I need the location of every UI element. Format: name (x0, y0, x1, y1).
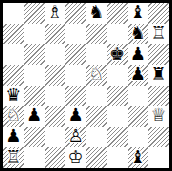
black-bishop: ♝ (130, 148, 146, 166)
square-a2[interactable]: ♟ (3, 127, 24, 148)
square-g4[interactable] (128, 86, 149, 107)
black-pawn: ♟ (26, 106, 42, 124)
white-king: ♔ (68, 148, 84, 166)
white-knight: ♘ (5, 106, 21, 124)
square-g7[interactable]: ♞ (128, 24, 149, 45)
square-d1[interactable]: ♔ (65, 147, 86, 168)
square-f5[interactable] (107, 65, 128, 86)
black-king: ♚ (109, 45, 125, 63)
white-pawn: ♙ (68, 127, 84, 145)
square-h8[interactable] (148, 3, 169, 24)
square-b1[interactable] (24, 147, 45, 168)
chess-board: ♗♞♝♞♖♚♟♘♟♜♛♘♟♟♕♟♙♖♔♝ (3, 3, 169, 168)
square-h2[interactable] (148, 127, 169, 148)
black-queen: ♛ (5, 86, 21, 104)
square-e7[interactable] (86, 24, 107, 45)
square-d5[interactable] (65, 65, 86, 86)
square-f6[interactable]: ♚ (107, 44, 128, 65)
white-rook: ♖ (151, 24, 167, 42)
black-pawn: ♟ (5, 127, 21, 145)
square-c8[interactable]: ♗ (45, 3, 66, 24)
square-c4[interactable] (45, 86, 66, 107)
white-bishop: ♗ (47, 3, 63, 21)
square-h3[interactable]: ♕ (148, 106, 169, 127)
square-h5[interactable]: ♜ (148, 65, 169, 86)
square-f1[interactable] (107, 147, 128, 168)
square-e4[interactable] (86, 86, 107, 107)
square-c3[interactable] (45, 106, 66, 127)
square-b6[interactable] (24, 44, 45, 65)
square-b4[interactable] (24, 86, 45, 107)
black-knight: ♞ (130, 24, 146, 42)
square-g8[interactable]: ♝ (128, 3, 149, 24)
square-f3[interactable] (107, 106, 128, 127)
square-e2[interactable] (86, 127, 107, 148)
square-f4[interactable] (107, 86, 128, 107)
square-g3[interactable] (128, 106, 149, 127)
square-h4[interactable] (148, 86, 169, 107)
square-g5[interactable]: ♟ (128, 65, 149, 86)
square-h1[interactable] (148, 147, 169, 168)
square-b3[interactable]: ♟ (24, 106, 45, 127)
square-a4[interactable]: ♛ (3, 86, 24, 107)
square-f8[interactable] (107, 3, 128, 24)
square-c2[interactable] (45, 127, 66, 148)
square-d2[interactable]: ♙ (65, 127, 86, 148)
square-d6[interactable] (65, 44, 86, 65)
black-pawn: ♟ (68, 106, 84, 124)
square-c6[interactable] (45, 44, 66, 65)
chess-board-frame: ♗♞♝♞♖♚♟♘♟♜♛♘♟♟♕♟♙♖♔♝ (0, 0, 172, 171)
white-queen: ♕ (151, 106, 167, 124)
square-b8[interactable] (24, 3, 45, 24)
black-bishop: ♝ (130, 3, 146, 21)
square-d7[interactable] (65, 24, 86, 45)
square-a5[interactable] (3, 65, 24, 86)
white-rook: ♖ (5, 148, 21, 166)
square-c7[interactable] (45, 24, 66, 45)
square-b5[interactable] (24, 65, 45, 86)
black-pawn: ♟ (130, 65, 146, 83)
square-d8[interactable] (65, 3, 86, 24)
square-f2[interactable] (107, 127, 128, 148)
square-e5[interactable]: ♘ (86, 65, 107, 86)
square-c1[interactable] (45, 147, 66, 168)
square-g6[interactable]: ♟ (128, 44, 149, 65)
square-a1[interactable]: ♖ (3, 147, 24, 168)
square-e8[interactable]: ♞ (86, 3, 107, 24)
black-rook: ♜ (151, 65, 167, 83)
square-a7[interactable] (3, 24, 24, 45)
square-c5[interactable] (45, 65, 66, 86)
square-h7[interactable]: ♖ (148, 24, 169, 45)
black-pawn: ♟ (130, 45, 146, 63)
square-e6[interactable] (86, 44, 107, 65)
square-a3[interactable]: ♘ (3, 106, 24, 127)
square-d4[interactable] (65, 86, 86, 107)
square-a8[interactable] (3, 3, 24, 24)
square-e3[interactable] (86, 106, 107, 127)
square-a6[interactable] (3, 44, 24, 65)
white-knight: ♘ (88, 65, 104, 83)
black-knight: ♞ (88, 3, 104, 21)
square-e1[interactable] (86, 147, 107, 168)
square-b2[interactable] (24, 127, 45, 148)
square-b7[interactable] (24, 24, 45, 45)
square-g2[interactable] (128, 127, 149, 148)
square-h6[interactable] (148, 44, 169, 65)
square-g1[interactable]: ♝ (128, 147, 149, 168)
square-f7[interactable] (107, 24, 128, 45)
square-d3[interactable]: ♟ (65, 106, 86, 127)
